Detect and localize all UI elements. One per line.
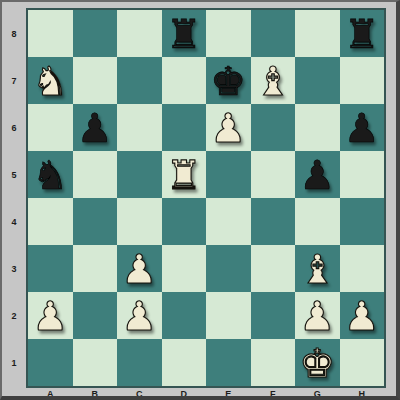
- square-f3[interactable]: [251, 245, 296, 292]
- piece-black-rook[interactable]: ♜: [344, 14, 380, 54]
- chess-board-frame: 87654321 ♜♜♞♚♝♟♟♟♞♜♟♟♝♟♟♟♟♚ ABCDEFGH: [0, 0, 400, 400]
- square-b5[interactable]: [73, 151, 118, 198]
- rank-label-3: 3: [2, 245, 26, 292]
- file-label-g: G: [295, 387, 340, 400]
- square-f8[interactable]: [251, 10, 296, 57]
- square-d2[interactable]: [162, 292, 207, 339]
- piece-black-pawn[interactable]: ♟: [299, 155, 335, 195]
- file-label-e: E: [206, 387, 251, 400]
- rank-label-7: 7: [2, 57, 26, 104]
- square-b2[interactable]: [73, 292, 118, 339]
- square-c2[interactable]: ♟: [117, 292, 162, 339]
- piece-white-rook[interactable]: ♜: [166, 155, 202, 195]
- piece-white-pawn[interactable]: ♟: [121, 249, 157, 289]
- square-c7[interactable]: [117, 57, 162, 104]
- square-e8[interactable]: [206, 10, 251, 57]
- square-b4[interactable]: [73, 198, 118, 245]
- square-h1[interactable]: [340, 339, 385, 386]
- square-d4[interactable]: [162, 198, 207, 245]
- piece-white-knight[interactable]: ♞: [32, 61, 68, 101]
- square-c3[interactable]: ♟: [117, 245, 162, 292]
- rank-label-5: 5: [2, 151, 26, 198]
- square-g3[interactable]: ♝: [295, 245, 340, 292]
- piece-white-pawn[interactable]: ♟: [121, 296, 157, 336]
- piece-white-king[interactable]: ♚: [299, 343, 335, 383]
- piece-white-pawn[interactable]: ♟: [32, 296, 68, 336]
- square-a1[interactable]: [28, 339, 73, 386]
- square-e2[interactable]: [206, 292, 251, 339]
- square-c4[interactable]: [117, 198, 162, 245]
- chess-board: ♜♜♞♚♝♟♟♟♞♜♟♟♝♟♟♟♟♚: [26, 8, 386, 388]
- square-b7[interactable]: [73, 57, 118, 104]
- rank-label-2: 2: [2, 292, 26, 339]
- square-f7[interactable]: ♝: [251, 57, 296, 104]
- square-e3[interactable]: [206, 245, 251, 292]
- square-e7[interactable]: ♚: [206, 57, 251, 104]
- square-f1[interactable]: [251, 339, 296, 386]
- square-h7[interactable]: [340, 57, 385, 104]
- square-b3[interactable]: [73, 245, 118, 292]
- square-f4[interactable]: [251, 198, 296, 245]
- piece-white-bishop[interactable]: ♝: [299, 249, 335, 289]
- square-d1[interactable]: [162, 339, 207, 386]
- square-b8[interactable]: [73, 10, 118, 57]
- rank-label-1: 1: [2, 339, 26, 386]
- rank-label-4: 4: [2, 198, 26, 245]
- square-g5[interactable]: ♟: [295, 151, 340, 198]
- square-h3[interactable]: [340, 245, 385, 292]
- square-f6[interactable]: [251, 104, 296, 151]
- square-a6[interactable]: [28, 104, 73, 151]
- piece-white-pawn[interactable]: ♟: [344, 296, 380, 336]
- square-a4[interactable]: [28, 198, 73, 245]
- square-c1[interactable]: [117, 339, 162, 386]
- square-g6[interactable]: [295, 104, 340, 151]
- file-label-f: F: [251, 387, 296, 400]
- file-label-b: B: [73, 387, 118, 400]
- square-a8[interactable]: [28, 10, 73, 57]
- square-d5[interactable]: ♜: [162, 151, 207, 198]
- square-e5[interactable]: [206, 151, 251, 198]
- square-b6[interactable]: ♟: [73, 104, 118, 151]
- square-e4[interactable]: [206, 198, 251, 245]
- square-a2[interactable]: ♟: [28, 292, 73, 339]
- square-a7[interactable]: ♞: [28, 57, 73, 104]
- square-d7[interactable]: [162, 57, 207, 104]
- board-grid: ♜♜♞♚♝♟♟♟♞♜♟♟♝♟♟♟♟♚: [28, 10, 384, 386]
- square-f5[interactable]: [251, 151, 296, 198]
- square-c5[interactable]: [117, 151, 162, 198]
- square-a5[interactable]: ♞: [28, 151, 73, 198]
- square-c6[interactable]: [117, 104, 162, 151]
- square-h5[interactable]: [340, 151, 385, 198]
- square-g2[interactable]: ♟: [295, 292, 340, 339]
- file-label-a: A: [28, 387, 73, 400]
- piece-white-bishop[interactable]: ♝: [255, 61, 291, 101]
- square-h6[interactable]: ♟: [340, 104, 385, 151]
- file-labels: ABCDEFGH: [28, 387, 384, 400]
- piece-black-knight[interactable]: ♞: [32, 155, 68, 195]
- square-d8[interactable]: ♜: [162, 10, 207, 57]
- square-g7[interactable]: [295, 57, 340, 104]
- rank-label-6: 6: [2, 104, 26, 151]
- square-c8[interactable]: [117, 10, 162, 57]
- square-a3[interactable]: [28, 245, 73, 292]
- square-g4[interactable]: [295, 198, 340, 245]
- file-label-d: D: [162, 387, 207, 400]
- square-d3[interactable]: [162, 245, 207, 292]
- rank-label-8: 8: [2, 10, 26, 57]
- piece-black-pawn[interactable]: ♟: [77, 108, 113, 148]
- square-d6[interactable]: [162, 104, 207, 151]
- square-f2[interactable]: [251, 292, 296, 339]
- file-label-h: H: [340, 387, 385, 400]
- rank-labels: 87654321: [2, 10, 26, 386]
- piece-white-pawn[interactable]: ♟: [299, 296, 335, 336]
- square-h8[interactable]: ♜: [340, 10, 385, 57]
- file-label-c: C: [117, 387, 162, 400]
- piece-black-pawn[interactable]: ♟: [344, 108, 380, 148]
- square-b1[interactable]: [73, 339, 118, 386]
- square-h4[interactable]: [340, 198, 385, 245]
- piece-black-king[interactable]: ♚: [210, 61, 246, 101]
- piece-black-rook[interactable]: ♜: [166, 14, 202, 54]
- square-e6[interactable]: ♟: [206, 104, 251, 151]
- piece-white-pawn[interactable]: ♟: [210, 108, 246, 148]
- square-h2[interactable]: ♟: [340, 292, 385, 339]
- square-g1[interactable]: ♚: [295, 339, 340, 386]
- square-e1[interactable]: [206, 339, 251, 386]
- square-g8[interactable]: [295, 10, 340, 57]
